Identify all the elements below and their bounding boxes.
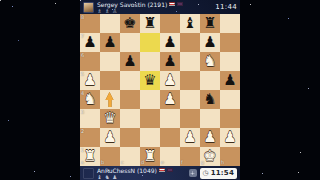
rank-label-3: 3: [81, 110, 84, 115]
square-g2[interactable]: ♟: [200, 128, 220, 147]
file-label-f: f: [181, 160, 183, 165]
bottom-player-badge-icon: [167, 168, 173, 172]
square-c6[interactable]: ♟: [120, 52, 140, 71]
square-g3[interactable]: [200, 109, 220, 128]
top-player-flag-icon: [169, 2, 175, 6]
square-e7[interactable]: ♟: [160, 33, 180, 52]
square-a5[interactable]: 5♟: [80, 71, 100, 90]
black-queen[interactable]: ♛: [140, 71, 160, 90]
bottom-player-bar: AnRuChessN (1049) ♝ ♞ ♟ + ◷ 11:54: [80, 166, 240, 180]
starfield-background: [0, 0, 1, 1]
file-label-e: e: [161, 160, 164, 165]
square-c5[interactable]: [120, 71, 140, 90]
black-knight[interactable]: ♞: [200, 90, 220, 109]
black-bishop[interactable]: ♝: [180, 14, 200, 33]
square-d5[interactable]: ♛: [140, 71, 160, 90]
square-g4[interactable]: ♞: [200, 90, 220, 109]
add-time-button[interactable]: +: [189, 169, 197, 177]
square-f7[interactable]: [180, 33, 200, 52]
square-d7[interactable]: [140, 33, 160, 52]
square-h2[interactable]: ♟: [220, 128, 240, 147]
top-player-name: Sergey Savostin (2191): [97, 1, 167, 8]
top-player-avatar[interactable]: [83, 2, 94, 13]
square-f3[interactable]: [180, 109, 200, 128]
square-e2[interactable]: [160, 128, 180, 147]
square-e5[interactable]: ♟: [160, 71, 180, 90]
square-d4[interactable]: [140, 90, 160, 109]
bottom-player-avatar[interactable]: [83, 168, 94, 179]
square-f8[interactable]: ♝: [180, 14, 200, 33]
file-label-b: b: [101, 160, 104, 165]
top-player-clock: 11:44: [215, 3, 237, 11]
square-a6[interactable]: 6: [80, 52, 100, 71]
white-pawn[interactable]: ♟: [80, 71, 100, 90]
square-d1[interactable]: d♜: [140, 147, 160, 166]
black-pawn[interactable]: ♟: [200, 33, 220, 52]
white-knight[interactable]: ♞: [200, 52, 220, 71]
square-b1[interactable]: b: [100, 147, 120, 166]
square-h3[interactable]: [220, 109, 240, 128]
square-b5[interactable]: [100, 71, 120, 90]
square-f5[interactable]: [180, 71, 200, 90]
square-b7[interactable]: ♟: [100, 33, 120, 52]
square-g6[interactable]: ♞: [200, 52, 220, 71]
bottom-player-info: AnRuChessN (1049) ♝ ♞ ♟: [97, 167, 173, 180]
square-d6[interactable]: [140, 52, 160, 71]
square-a7[interactable]: 7♟: [80, 33, 100, 52]
black-pawn[interactable]: ♟: [220, 71, 240, 90]
square-f4[interactable]: [180, 90, 200, 109]
square-c8[interactable]: ♚: [120, 14, 140, 33]
square-b2[interactable]: ♟: [100, 128, 120, 147]
square-b4[interactable]: [100, 90, 120, 109]
square-d3[interactable]: [140, 109, 160, 128]
white-pawn[interactable]: ♟: [100, 128, 120, 147]
rank-label-6: 6: [81, 53, 84, 58]
top-player-badge-icon: [177, 2, 183, 6]
square-h5[interactable]: ♟: [220, 71, 240, 90]
square-c4[interactable]: [120, 90, 140, 109]
white-pawn[interactable]: ♟: [160, 71, 180, 90]
chess-app-screen: Sergey Savostin (2191) ♗ ♗ ♙ 11:44 8♚♜♝♜…: [80, 0, 240, 180]
white-pawn[interactable]: ♟: [200, 128, 220, 147]
black-pawn[interactable]: ♟: [100, 33, 120, 52]
square-e3[interactable]: [160, 109, 180, 128]
file-label-c: c: [121, 160, 124, 165]
black-pawn[interactable]: ♟: [160, 52, 180, 71]
square-g8[interactable]: ♜: [200, 14, 220, 33]
square-e4[interactable]: ♟: [160, 90, 180, 109]
square-d2[interactable]: [140, 128, 160, 147]
square-c1[interactable]: c: [120, 147, 140, 166]
square-h4[interactable]: [220, 90, 240, 109]
white-rook[interactable]: ♜: [140, 147, 160, 166]
square-b6[interactable]: [100, 52, 120, 71]
white-pawn[interactable]: ♟: [180, 128, 200, 147]
square-a1[interactable]: 1a♜: [80, 147, 100, 166]
square-f1[interactable]: f: [180, 147, 200, 166]
bottom-player-name: AnRuChessN (1049): [97, 167, 157, 174]
clock-icon: ◷: [203, 168, 209, 179]
square-h1[interactable]: h: [220, 147, 240, 166]
square-a8[interactable]: 8: [80, 14, 100, 33]
bottom-player-clock: 11:54: [211, 169, 234, 177]
black-pawn[interactable]: ♟: [80, 33, 100, 52]
top-player-info: Sergey Savostin (2191) ♗ ♗ ♙: [97, 1, 183, 14]
white-king[interactable]: ♚: [200, 147, 220, 166]
top-player-bar: Sergey Savostin (2191) ♗ ♗ ♙ 11:44: [80, 0, 240, 14]
square-e8[interactable]: [160, 14, 180, 33]
square-c3[interactable]: [120, 109, 140, 128]
square-b8[interactable]: [100, 14, 120, 33]
square-a4[interactable]: 4♞: [80, 90, 100, 109]
square-g5[interactable]: [200, 71, 220, 90]
white-knight[interactable]: ♞: [80, 90, 100, 109]
square-h7[interactable]: [220, 33, 240, 52]
bottom-player-clock-pill: ◷ 11:54: [200, 168, 237, 179]
square-e6[interactable]: ♟: [160, 52, 180, 71]
square-d8[interactable]: ♜: [140, 14, 160, 33]
square-a2[interactable]: 2: [80, 128, 100, 147]
bottom-player-flag-icon: [159, 168, 165, 172]
white-pawn[interactable]: ♟: [220, 128, 240, 147]
square-b3[interactable]: ♛: [100, 109, 120, 128]
square-g7[interactable]: ♟: [200, 33, 220, 52]
square-f6[interactable]: [180, 52, 200, 71]
hint-arrow-icon: [106, 92, 115, 107]
black-rook[interactable]: ♜: [200, 14, 220, 33]
screenshot-stage: Sergey Savostin (2191) ♗ ♗ ♙ 11:44 8♚♜♝♜…: [0, 0, 320, 180]
board[interactable]: 8♚♜♝♜7♟♟♟♟6♟♟♞5♟♛♟♟4♞♟♞3♛2♟♟♟♟1a♜bcd♜efg…: [80, 14, 240, 166]
square-a3[interactable]: 3: [80, 109, 100, 128]
file-label-h: h: [221, 160, 224, 165]
rank-label-8: 8: [81, 15, 84, 20]
square-g1[interactable]: g♚: [200, 147, 220, 166]
square-h8[interactable]: [220, 14, 240, 33]
white-rook[interactable]: ♜: [80, 147, 100, 166]
square-h6[interactable]: [220, 52, 240, 71]
square-c2[interactable]: [120, 128, 140, 147]
black-king[interactable]: ♚: [120, 14, 140, 33]
black-rook[interactable]: ♜: [140, 14, 160, 33]
white-queen[interactable]: ♛: [100, 109, 120, 128]
rank-label-2: 2: [81, 129, 84, 134]
square-f2[interactable]: ♟: [180, 128, 200, 147]
top-player-captured-pieces: ♗ ♗ ♙: [97, 8, 118, 14]
black-pawn[interactable]: ♟: [120, 52, 140, 71]
bottom-player-captured-pieces: ♝ ♞ ♟: [97, 174, 118, 180]
black-pawn[interactable]: ♟: [160, 33, 180, 52]
square-e1[interactable]: e: [160, 147, 180, 166]
white-pawn[interactable]: ♟: [160, 90, 180, 109]
square-c7[interactable]: [120, 33, 140, 52]
